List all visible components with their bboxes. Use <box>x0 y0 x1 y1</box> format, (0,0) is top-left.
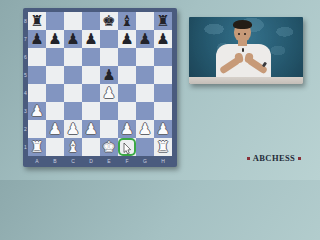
white-pawn: ♟ <box>156 120 169 138</box>
square-c1[interactable]: ♝ <box>64 138 82 156</box>
file-label-b: B <box>46 156 64 167</box>
black-rook: ♜ <box>30 12 43 30</box>
square-f2[interactable]: ♟ <box>118 120 136 138</box>
square-b3[interactable] <box>46 102 64 120</box>
square-d3[interactable] <box>82 102 100 120</box>
logo-dot-right <box>298 157 301 160</box>
white-pawn: ♟ <box>138 120 151 138</box>
square-e8[interactable]: ♚ <box>100 12 118 30</box>
square-h3[interactable] <box>154 102 172 120</box>
square-a1[interactable]: ♜ <box>28 138 46 156</box>
square-b2[interactable]: ♟ <box>46 120 64 138</box>
black-bishop: ♝ <box>120 12 133 30</box>
white-pawn: ♟ <box>84 120 97 138</box>
square-b7[interactable]: ♟ <box>46 30 64 48</box>
black-pawn: ♟ <box>30 30 43 48</box>
square-d2[interactable]: ♟ <box>82 120 100 138</box>
square-c5[interactable] <box>64 66 82 84</box>
black-pawn: ♟ <box>102 66 115 84</box>
file-label-f: F <box>118 156 136 167</box>
black-pawn: ♟ <box>84 30 97 48</box>
square-c7[interactable]: ♟ <box>64 30 82 48</box>
square-h8[interactable]: ♜ <box>154 12 172 30</box>
presenter <box>189 17 303 84</box>
black-pawn: ♟ <box>156 30 169 48</box>
presenter-head <box>234 22 251 42</box>
white-king: ♚ <box>102 138 115 156</box>
square-h2[interactable]: ♟ <box>154 120 172 138</box>
square-g5[interactable] <box>136 66 154 84</box>
square-f3[interactable] <box>118 102 136 120</box>
square-h1[interactable]: ♜ <box>154 138 172 156</box>
black-pawn: ♟ <box>138 30 151 48</box>
square-g3[interactable] <box>136 102 154 120</box>
square-a8[interactable]: ♜ <box>28 12 46 30</box>
square-c3[interactable] <box>64 102 82 120</box>
square-g1[interactable] <box>136 138 154 156</box>
square-a5[interactable] <box>28 66 46 84</box>
video-player[interactable] <box>189 17 303 84</box>
square-h5[interactable] <box>154 66 172 84</box>
square-c4[interactable] <box>64 84 82 102</box>
square-a6[interactable] <box>28 48 46 66</box>
file-label-d: D <box>82 156 100 167</box>
square-e1[interactable]: ♚ <box>100 138 118 156</box>
square-b5[interactable] <box>46 66 64 84</box>
white-rook: ♜ <box>30 138 43 156</box>
file-label-c: C <box>64 156 82 167</box>
black-rook: ♜ <box>156 12 169 30</box>
black-king: ♚ <box>102 12 115 30</box>
square-c6[interactable] <box>64 48 82 66</box>
white-pawn: ♟ <box>30 102 43 120</box>
white-bishop: ♝ <box>66 138 79 156</box>
white-pawn: ♟ <box>102 84 115 102</box>
white-pawn: ♟ <box>120 120 133 138</box>
square-f8[interactable]: ♝ <box>118 12 136 30</box>
square-f4[interactable] <box>118 84 136 102</box>
square-b6[interactable] <box>46 48 64 66</box>
square-f6[interactable] <box>118 48 136 66</box>
lavalier-mic <box>242 48 244 52</box>
mouse-cursor-icon <box>123 143 132 155</box>
square-b4[interactable] <box>46 84 64 102</box>
white-pawn: ♟ <box>66 120 79 138</box>
square-c8[interactable] <box>64 12 82 30</box>
square-e3[interactable] <box>100 102 118 120</box>
square-e4[interactable]: ♟ <box>100 84 118 102</box>
black-pawn: ♟ <box>120 30 133 48</box>
square-f5[interactable] <box>118 66 136 84</box>
square-a4[interactable] <box>28 84 46 102</box>
abchess-logo: ABCHESS <box>243 152 305 165</box>
square-g7[interactable]: ♟ <box>136 30 154 48</box>
presenter-eye <box>244 33 246 35</box>
square-d8[interactable] <box>82 12 100 30</box>
square-h6[interactable] <box>154 48 172 66</box>
white-pawn: ♟ <box>48 120 61 138</box>
square-g6[interactable] <box>136 48 154 66</box>
chess-board: 87654321 ♜♚♝♜♟♟♟♟♟♟♟♟♟♟♟♟♟♟♟♟♜♝♚♜ ABCDEF… <box>23 8 177 167</box>
file-label-g: G <box>136 156 154 167</box>
square-g2[interactable]: ♟ <box>136 120 154 138</box>
square-e5[interactable]: ♟ <box>100 66 118 84</box>
square-e6[interactable] <box>100 48 118 66</box>
file-label-h: H <box>154 156 172 167</box>
square-f7[interactable]: ♟ <box>118 30 136 48</box>
square-d6[interactable] <box>82 48 100 66</box>
square-e2[interactable] <box>100 120 118 138</box>
desk <box>189 77 303 84</box>
black-pawn: ♟ <box>48 30 61 48</box>
square-a2[interactable] <box>28 120 46 138</box>
square-h7[interactable]: ♟ <box>154 30 172 48</box>
logo-text: ABCHESS <box>253 154 295 163</box>
square-d4[interactable] <box>82 84 100 102</box>
board-grid: ♜♚♝♜♟♟♟♟♟♟♟♟♟♟♟♟♟♟♟♟♜♝♚♜ <box>28 12 172 156</box>
presenter-eye <box>238 33 240 35</box>
square-a3[interactable]: ♟ <box>28 102 46 120</box>
square-h4[interactable] <box>154 84 172 102</box>
file-label-e: E <box>100 156 118 167</box>
square-e7[interactable] <box>100 30 118 48</box>
square-g8[interactable] <box>136 12 154 30</box>
square-c2[interactable]: ♟ <box>64 120 82 138</box>
black-pawn: ♟ <box>66 30 79 48</box>
square-a7[interactable]: ♟ <box>28 30 46 48</box>
square-d7[interactable]: ♟ <box>82 30 100 48</box>
square-b1[interactable] <box>46 138 64 156</box>
square-b8[interactable] <box>46 12 64 30</box>
square-d5[interactable] <box>82 66 100 84</box>
file-labels: ABCDEFGH <box>28 156 172 167</box>
square-d1[interactable] <box>82 138 100 156</box>
file-label-a: A <box>28 156 46 167</box>
white-rook: ♜ <box>156 138 169 156</box>
logo-dot-left <box>247 157 250 160</box>
square-g4[interactable] <box>136 84 154 102</box>
